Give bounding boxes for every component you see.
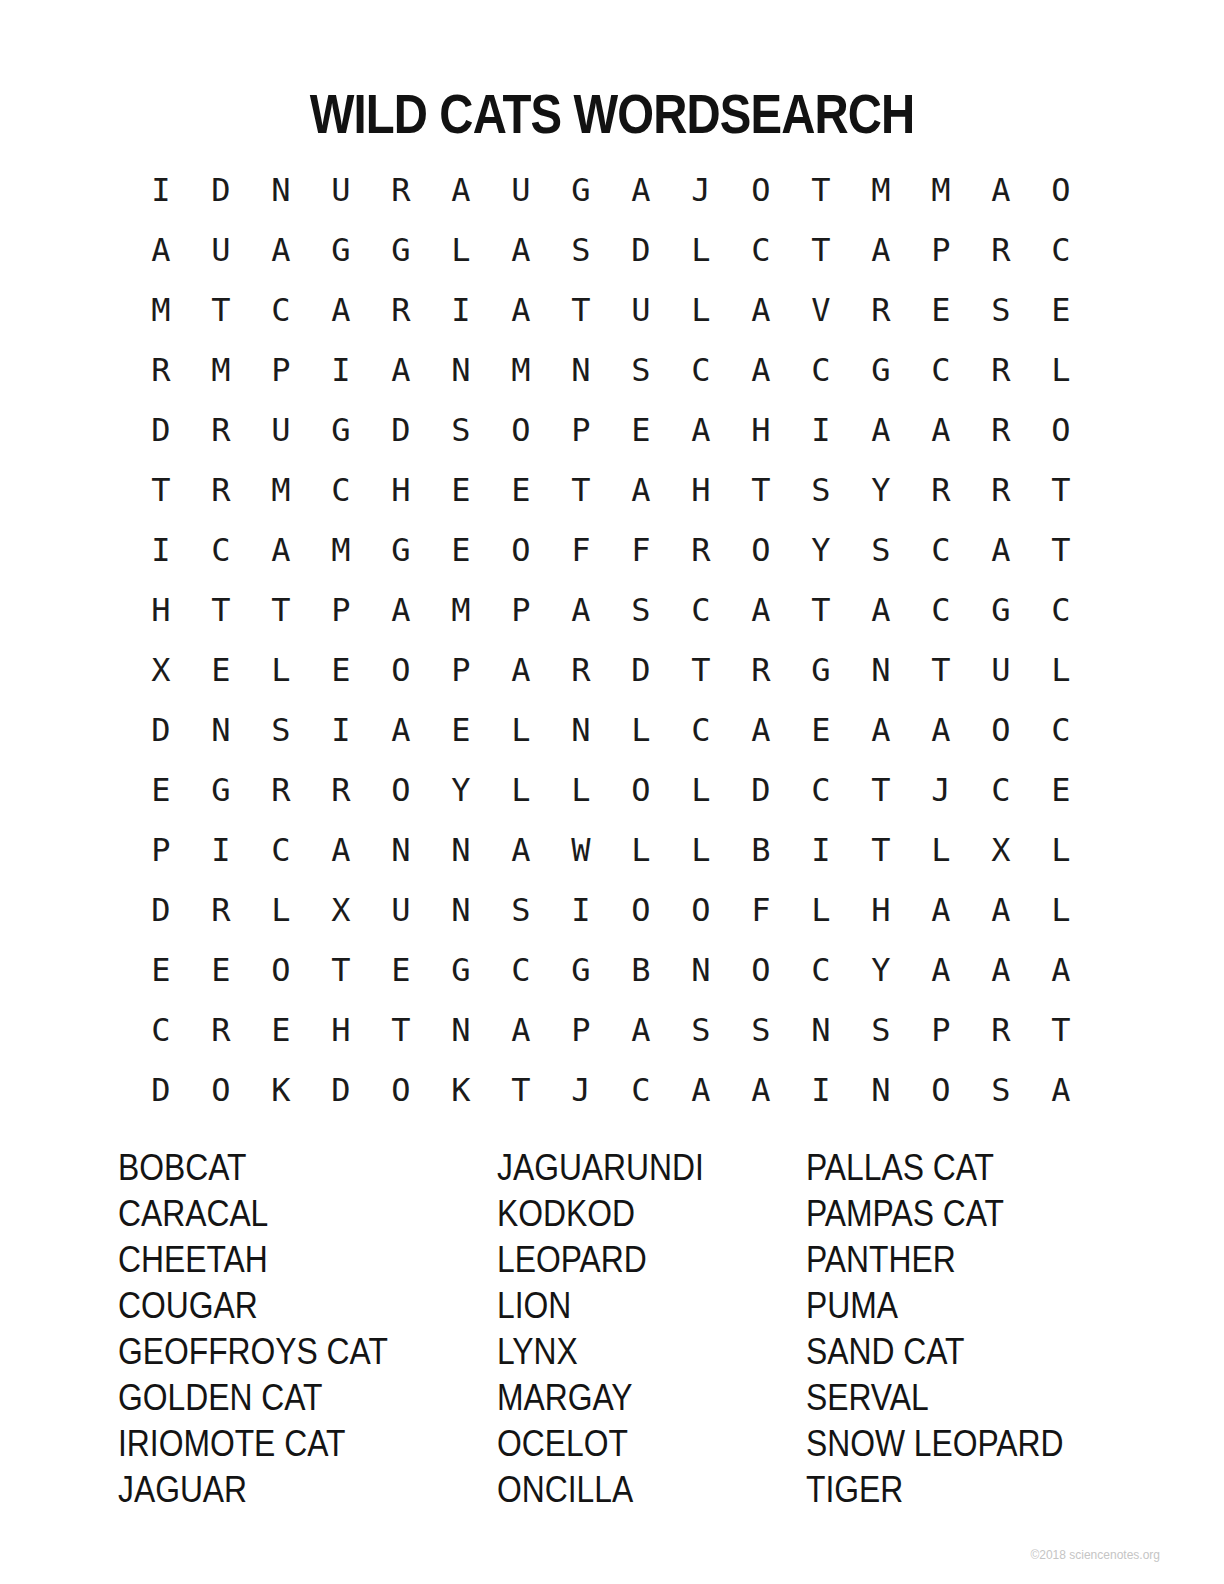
grid-cell-r8c3: T xyxy=(251,580,311,640)
grid-cell-r4c15: R xyxy=(971,340,1031,400)
grid-cell-r13c2: R xyxy=(191,880,251,940)
grid-cell-r7c9: F xyxy=(611,520,671,580)
grid-cell-r8c1: H xyxy=(131,580,191,640)
grid-cell-r10c11: A xyxy=(731,700,791,760)
grid-cell-r16c12: I xyxy=(791,1060,851,1120)
grid-cell-r8c16: C xyxy=(1031,580,1091,640)
grid-cell-r5c10: A xyxy=(671,400,731,460)
grid-cell-r14c14: A xyxy=(911,940,971,1000)
word-list-item: PUMA xyxy=(806,1283,1064,1329)
grid-cell-r10c2: N xyxy=(191,700,251,760)
grid-cell-r8c15: G xyxy=(971,580,1031,640)
grid-cell-r9c6: P xyxy=(431,640,491,700)
grid-cell-r15c11: S xyxy=(731,1000,791,1060)
grid-cell-r9c2: E xyxy=(191,640,251,700)
grid-cell-r14c11: O xyxy=(731,940,791,1000)
grid-cell-r15c6: N xyxy=(431,1000,491,1060)
grid-cell-r1c8: G xyxy=(551,160,611,220)
grid-cell-r12c5: N xyxy=(371,820,431,880)
grid-cell-r5c1: D xyxy=(131,400,191,460)
grid-cell-r5c3: U xyxy=(251,400,311,460)
grid-cell-r2c11: C xyxy=(731,220,791,280)
grid-cell-r12c13: T xyxy=(851,820,911,880)
word-list-item: TIGER xyxy=(806,1467,1064,1513)
word-list-item: SAND CAT xyxy=(806,1329,1064,1375)
grid-cell-r9c8: R xyxy=(551,640,611,700)
grid-cell-r1c16: O xyxy=(1031,160,1091,220)
grid-cell-r14c9: B xyxy=(611,940,671,1000)
grid-cell-r8c8: A xyxy=(551,580,611,640)
grid-cell-r1c11: O xyxy=(731,160,791,220)
grid-cell-r14c4: T xyxy=(311,940,371,1000)
grid-cell-r3c12: V xyxy=(791,280,851,340)
grid-cell-r7c8: F xyxy=(551,520,611,580)
grid-cell-r2c13: A xyxy=(851,220,911,280)
grid-cell-r13c16: L xyxy=(1031,880,1091,940)
grid-cell-r1c1: I xyxy=(131,160,191,220)
grid-cell-r5c2: R xyxy=(191,400,251,460)
grid-cell-r7c15: A xyxy=(971,520,1031,580)
grid-cell-r5c9: E xyxy=(611,400,671,460)
grid-cell-r9c16: L xyxy=(1031,640,1091,700)
grid-cell-r6c15: R xyxy=(971,460,1031,520)
grid-cell-r9c15: U xyxy=(971,640,1031,700)
grid-cell-r14c5: E xyxy=(371,940,431,1000)
grid-cell-r6c7: E xyxy=(491,460,551,520)
grid-cell-r10c5: A xyxy=(371,700,431,760)
grid-cell-r3c8: T xyxy=(551,280,611,340)
grid-cell-r16c2: O xyxy=(191,1060,251,1120)
grid-cell-r6c8: T xyxy=(551,460,611,520)
grid-cell-r9c11: R xyxy=(731,640,791,700)
grid-cell-r12c4: A xyxy=(311,820,371,880)
grid-cell-r14c15: A xyxy=(971,940,1031,1000)
grid-cell-r14c7: C xyxy=(491,940,551,1000)
grid-cell-r5c6: S xyxy=(431,400,491,460)
grid-cell-r13c11: F xyxy=(731,880,791,940)
grid-cell-r14c6: G xyxy=(431,940,491,1000)
grid-cell-r13c14: A xyxy=(911,880,971,940)
grid-cell-r16c1: D xyxy=(131,1060,191,1120)
grid-cell-r6c6: E xyxy=(431,460,491,520)
grid-cell-r14c16: A xyxy=(1031,940,1091,1000)
puzzle-title: WILD CATS WORDSEARCH xyxy=(86,82,1139,146)
grid-cell-r16c9: C xyxy=(611,1060,671,1120)
grid-cell-r2c4: G xyxy=(311,220,371,280)
grid-cell-r12c3: C xyxy=(251,820,311,880)
grid-cell-r12c12: I xyxy=(791,820,851,880)
grid-cell-r3c13: R xyxy=(851,280,911,340)
word-list-item: LYNX xyxy=(497,1329,704,1375)
grid-cell-r12c1: P xyxy=(131,820,191,880)
grid-cell-r14c10: N xyxy=(671,940,731,1000)
grid-cell-r13c9: O xyxy=(611,880,671,940)
copyright-text: ©2018 sciencenotes.org xyxy=(1030,1548,1160,1562)
grid-cell-r10c1: D xyxy=(131,700,191,760)
grid-cell-r9c10: T xyxy=(671,640,731,700)
word-list-item: PANTHER xyxy=(806,1237,1064,1283)
word-list-item: CARACAL xyxy=(118,1191,388,1237)
word-list-column-3: PALLAS CATPAMPAS CATPANTHERPUMASAND CATS… xyxy=(806,1145,1064,1513)
grid-cell-r2c10: L xyxy=(671,220,731,280)
grid-cell-r3c1: M xyxy=(131,280,191,340)
grid-cell-r4c7: M xyxy=(491,340,551,400)
grid-cell-r7c14: C xyxy=(911,520,971,580)
word-list-column-2: JAGUARUNDIKODKODLEOPARDLIONLYNXMARGAYOCE… xyxy=(497,1145,704,1513)
grid-cell-r15c9: A xyxy=(611,1000,671,1060)
grid-cell-r6c16: T xyxy=(1031,460,1091,520)
grid-cell-r8c5: A xyxy=(371,580,431,640)
grid-cell-r11c1: E xyxy=(131,760,191,820)
grid-cell-r12c9: L xyxy=(611,820,671,880)
grid-cell-r7c2: C xyxy=(191,520,251,580)
grid-cell-r3c10: L xyxy=(671,280,731,340)
grid-cell-r8c2: T xyxy=(191,580,251,640)
grid-cell-r16c15: S xyxy=(971,1060,1031,1120)
grid-cell-r4c3: P xyxy=(251,340,311,400)
word-list-item: PALLAS CAT xyxy=(806,1145,1064,1191)
grid-cell-r9c13: N xyxy=(851,640,911,700)
grid-cell-r6c5: H xyxy=(371,460,431,520)
grid-cell-r12c10: L xyxy=(671,820,731,880)
grid-cell-r2c16: C xyxy=(1031,220,1091,280)
grid-cell-r1c7: U xyxy=(491,160,551,220)
grid-cell-r3c11: A xyxy=(731,280,791,340)
grid-cell-r14c8: G xyxy=(551,940,611,1000)
grid-cell-r13c13: H xyxy=(851,880,911,940)
grid-cell-r6c4: C xyxy=(311,460,371,520)
grid-cell-r15c13: S xyxy=(851,1000,911,1060)
grid-cell-r7c5: G xyxy=(371,520,431,580)
grid-cell-r11c8: L xyxy=(551,760,611,820)
grid-cell-r2c9: D xyxy=(611,220,671,280)
grid-cell-r5c15: R xyxy=(971,400,1031,460)
grid-cell-r14c13: Y xyxy=(851,940,911,1000)
grid-cell-r15c15: R xyxy=(971,1000,1031,1060)
grid-cell-r4c1: R xyxy=(131,340,191,400)
wordsearch-page: WILD CATS WORDSEARCH IDNURAUGAJOTMMAOAUA… xyxy=(0,0,1224,1584)
grid-cell-r8c9: S xyxy=(611,580,671,640)
grid-cell-r8c10: C xyxy=(671,580,731,640)
grid-cell-r7c7: O xyxy=(491,520,551,580)
grid-cell-r2c7: A xyxy=(491,220,551,280)
grid-cell-r8c7: P xyxy=(491,580,551,640)
grid-cell-r4c13: G xyxy=(851,340,911,400)
grid-cell-r16c5: O xyxy=(371,1060,431,1120)
grid-cell-r5c14: A xyxy=(911,400,971,460)
grid-cell-r4c10: C xyxy=(671,340,731,400)
grid-cell-r16c16: A xyxy=(1031,1060,1091,1120)
grid-cell-r3c6: I xyxy=(431,280,491,340)
grid-cell-r14c2: E xyxy=(191,940,251,1000)
grid-cell-r7c16: T xyxy=(1031,520,1091,580)
grid-cell-r1c10: J xyxy=(671,160,731,220)
grid-cell-r16c10: A xyxy=(671,1060,731,1120)
grid-cell-r8c11: A xyxy=(731,580,791,640)
word-list-item: ONCILLA xyxy=(497,1467,704,1513)
wordsearch-grid: IDNURAUGAJOTMMAOAUAGGLASDLCTAPRCMTCARIAT… xyxy=(131,160,1091,1120)
word-list-item: MARGAY xyxy=(497,1375,704,1421)
grid-cell-r11c16: E xyxy=(1031,760,1091,820)
word-list-item: GEOFFROYS CAT xyxy=(118,1329,388,1375)
grid-cell-r2c3: A xyxy=(251,220,311,280)
grid-cell-r4c9: S xyxy=(611,340,671,400)
grid-cell-r15c4: H xyxy=(311,1000,371,1060)
grid-cell-r9c12: G xyxy=(791,640,851,700)
word-list-item: LEOPARD xyxy=(497,1237,704,1283)
grid-cell-r10c13: A xyxy=(851,700,911,760)
grid-cell-r1c4: U xyxy=(311,160,371,220)
grid-cell-r15c10: S xyxy=(671,1000,731,1060)
grid-cell-r9c3: L xyxy=(251,640,311,700)
grid-cell-r15c5: T xyxy=(371,1000,431,1060)
grid-cell-r11c15: C xyxy=(971,760,1031,820)
grid-cell-r1c2: D xyxy=(191,160,251,220)
word-list-item: SERVAL xyxy=(806,1375,1064,1421)
grid-cell-r12c8: W xyxy=(551,820,611,880)
grid-cell-r3c14: E xyxy=(911,280,971,340)
grid-cell-r13c6: N xyxy=(431,880,491,940)
grid-cell-r10c15: O xyxy=(971,700,1031,760)
grid-cell-r1c9: A xyxy=(611,160,671,220)
grid-cell-r3c7: A xyxy=(491,280,551,340)
grid-cell-r4c5: A xyxy=(371,340,431,400)
grid-cell-r4c6: N xyxy=(431,340,491,400)
grid-cell-r4c4: I xyxy=(311,340,371,400)
grid-cell-r6c2: R xyxy=(191,460,251,520)
grid-cell-r5c8: P xyxy=(551,400,611,460)
grid-cell-r4c12: C xyxy=(791,340,851,400)
grid-cell-r9c5: O xyxy=(371,640,431,700)
word-list-item: PAMPAS CAT xyxy=(806,1191,1064,1237)
grid-cell-r12c6: N xyxy=(431,820,491,880)
grid-cell-r11c11: D xyxy=(731,760,791,820)
grid-cell-r13c7: S xyxy=(491,880,551,940)
grid-cell-r16c7: T xyxy=(491,1060,551,1120)
grid-cell-r8c4: P xyxy=(311,580,371,640)
word-list-item: JAGUAR xyxy=(118,1467,388,1513)
grid-cell-r9c9: D xyxy=(611,640,671,700)
grid-cell-r9c14: T xyxy=(911,640,971,700)
grid-cell-r1c6: A xyxy=(431,160,491,220)
grid-cell-r11c3: R xyxy=(251,760,311,820)
grid-cell-r5c7: O xyxy=(491,400,551,460)
grid-cell-r7c11: O xyxy=(731,520,791,580)
grid-cell-r7c12: Y xyxy=(791,520,851,580)
grid-cell-r2c5: G xyxy=(371,220,431,280)
grid-cell-r6c14: R xyxy=(911,460,971,520)
grid-cell-r1c15: A xyxy=(971,160,1031,220)
grid-cell-r11c9: O xyxy=(611,760,671,820)
grid-cell-r10c9: L xyxy=(611,700,671,760)
word-list-item: SNOW LEOPARD xyxy=(806,1421,1064,1467)
word-list-item: LION xyxy=(497,1283,704,1329)
grid-cell-r2c8: S xyxy=(551,220,611,280)
grid-cell-r3c2: T xyxy=(191,280,251,340)
word-list-item: IRIOMOTE CAT xyxy=(118,1421,388,1467)
grid-cell-r5c16: O xyxy=(1031,400,1091,460)
grid-cell-r16c8: J xyxy=(551,1060,611,1120)
grid-cell-r6c9: A xyxy=(611,460,671,520)
grid-cell-r16c11: A xyxy=(731,1060,791,1120)
grid-cell-r7c10: R xyxy=(671,520,731,580)
grid-cell-r16c4: D xyxy=(311,1060,371,1120)
grid-cell-r7c1: I xyxy=(131,520,191,580)
grid-cell-r5c4: G xyxy=(311,400,371,460)
grid-cell-r16c3: K xyxy=(251,1060,311,1120)
grid-cell-r7c3: A xyxy=(251,520,311,580)
grid-cell-r3c5: R xyxy=(371,280,431,340)
grid-cell-r2c6: L xyxy=(431,220,491,280)
grid-cell-r12c7: A xyxy=(491,820,551,880)
grid-cell-r16c13: N xyxy=(851,1060,911,1120)
grid-cell-r15c1: C xyxy=(131,1000,191,1060)
grid-cell-r13c8: I xyxy=(551,880,611,940)
grid-cell-r2c12: T xyxy=(791,220,851,280)
grid-cell-r13c10: O xyxy=(671,880,731,940)
grid-cell-r11c14: J xyxy=(911,760,971,820)
grid-cell-r13c4: X xyxy=(311,880,371,940)
grid-cell-r4c16: L xyxy=(1031,340,1091,400)
grid-cell-r1c3: N xyxy=(251,160,311,220)
grid-cell-r15c7: A xyxy=(491,1000,551,1060)
grid-cell-r10c8: N xyxy=(551,700,611,760)
grid-cell-r11c13: T xyxy=(851,760,911,820)
grid-cell-r5c11: H xyxy=(731,400,791,460)
grid-cell-r10c10: C xyxy=(671,700,731,760)
word-list-item: BOBCAT xyxy=(118,1145,388,1191)
grid-cell-r3c4: A xyxy=(311,280,371,340)
grid-cell-r15c2: R xyxy=(191,1000,251,1060)
grid-cell-r2c14: P xyxy=(911,220,971,280)
grid-cell-r10c6: E xyxy=(431,700,491,760)
grid-cell-r10c14: A xyxy=(911,700,971,760)
grid-cell-r4c14: C xyxy=(911,340,971,400)
grid-cell-r2c15: R xyxy=(971,220,1031,280)
grid-cell-r1c5: R xyxy=(371,160,431,220)
grid-cell-r3c3: C xyxy=(251,280,311,340)
grid-cell-r11c2: G xyxy=(191,760,251,820)
grid-cell-r15c14: P xyxy=(911,1000,971,1060)
grid-cell-r4c2: M xyxy=(191,340,251,400)
grid-cell-r14c1: E xyxy=(131,940,191,1000)
grid-cell-r9c1: X xyxy=(131,640,191,700)
grid-cell-r10c16: C xyxy=(1031,700,1091,760)
grid-cell-r6c11: T xyxy=(731,460,791,520)
grid-cell-r12c16: L xyxy=(1031,820,1091,880)
grid-cell-r8c6: M xyxy=(431,580,491,640)
grid-cell-r5c12: I xyxy=(791,400,851,460)
grid-cell-r11c10: L xyxy=(671,760,731,820)
grid-cell-r10c3: S xyxy=(251,700,311,760)
grid-cell-r10c7: L xyxy=(491,700,551,760)
word-list-item: GOLDEN CAT xyxy=(118,1375,388,1421)
grid-cell-r15c12: N xyxy=(791,1000,851,1060)
grid-cell-r9c4: E xyxy=(311,640,371,700)
grid-cell-r15c16: T xyxy=(1031,1000,1091,1060)
word-list-item: OCELOT xyxy=(497,1421,704,1467)
grid-cell-r13c5: U xyxy=(371,880,431,940)
grid-cell-r3c16: E xyxy=(1031,280,1091,340)
grid-cell-r15c8: P xyxy=(551,1000,611,1060)
grid-cell-r3c15: S xyxy=(971,280,1031,340)
grid-cell-r11c12: C xyxy=(791,760,851,820)
grid-cell-r3c9: U xyxy=(611,280,671,340)
grid-cell-r6c10: H xyxy=(671,460,731,520)
grid-cell-r10c4: I xyxy=(311,700,371,760)
word-list-item: KODKOD xyxy=(497,1191,704,1237)
grid-cell-r11c4: R xyxy=(311,760,371,820)
grid-cell-r12c2: I xyxy=(191,820,251,880)
grid-cell-r7c6: E xyxy=(431,520,491,580)
grid-cell-r6c13: Y xyxy=(851,460,911,520)
grid-cell-r14c3: O xyxy=(251,940,311,1000)
grid-cell-r8c14: C xyxy=(911,580,971,640)
grid-cell-r10c12: E xyxy=(791,700,851,760)
grid-cell-r2c1: A xyxy=(131,220,191,280)
word-list-item: CHEETAH xyxy=(118,1237,388,1283)
word-list-item: JAGUARUNDI xyxy=(497,1145,704,1191)
grid-cell-r4c8: N xyxy=(551,340,611,400)
grid-cell-r11c6: Y xyxy=(431,760,491,820)
grid-cell-r1c13: M xyxy=(851,160,911,220)
grid-cell-r15c3: E xyxy=(251,1000,311,1060)
word-list-item: COUGAR xyxy=(118,1283,388,1329)
grid-cell-r13c1: D xyxy=(131,880,191,940)
grid-cell-r11c5: O xyxy=(371,760,431,820)
grid-cell-r4c11: A xyxy=(731,340,791,400)
grid-cell-r16c6: K xyxy=(431,1060,491,1120)
grid-cell-r6c3: M xyxy=(251,460,311,520)
grid-cell-r7c13: S xyxy=(851,520,911,580)
grid-cell-r9c7: A xyxy=(491,640,551,700)
grid-cell-r5c13: A xyxy=(851,400,911,460)
grid-cell-r6c12: S xyxy=(791,460,851,520)
grid-cell-r12c14: L xyxy=(911,820,971,880)
word-list-column-1: BOBCATCARACALCHEETAHCOUGARGEOFFROYS CATG… xyxy=(118,1145,388,1513)
grid-cell-r5c5: D xyxy=(371,400,431,460)
grid-cell-r13c3: L xyxy=(251,880,311,940)
grid-cell-r14c12: C xyxy=(791,940,851,1000)
grid-cell-r16c14: O xyxy=(911,1060,971,1120)
grid-cell-r8c13: A xyxy=(851,580,911,640)
grid-cell-r2c2: U xyxy=(191,220,251,280)
grid-cell-r1c12: T xyxy=(791,160,851,220)
grid-cell-r13c12: L xyxy=(791,880,851,940)
grid-cell-r1c14: M xyxy=(911,160,971,220)
grid-cell-r12c15: X xyxy=(971,820,1031,880)
grid-cell-r8c12: T xyxy=(791,580,851,640)
grid-cell-r6c1: T xyxy=(131,460,191,520)
grid-cell-r11c7: L xyxy=(491,760,551,820)
grid-cell-r12c11: B xyxy=(731,820,791,880)
grid-cell-r13c15: A xyxy=(971,880,1031,940)
grid-cell-r7c4: M xyxy=(311,520,371,580)
